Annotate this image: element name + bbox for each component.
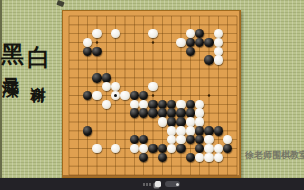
black-stone <box>139 108 148 117</box>
black-stone <box>204 38 213 47</box>
white-stone <box>148 29 157 38</box>
black-stone <box>195 135 204 144</box>
white-stone <box>148 82 157 91</box>
black-stone <box>158 144 167 153</box>
white-stone <box>167 135 176 144</box>
white-stone <box>92 29 101 38</box>
black-stone <box>139 153 148 162</box>
white-stone <box>120 91 129 100</box>
black-stone <box>130 91 139 100</box>
black-stone <box>186 38 195 47</box>
white-stone <box>214 144 223 153</box>
white-stone <box>214 153 223 162</box>
black-stone <box>204 55 213 64</box>
white-stone <box>130 144 139 153</box>
white-stone <box>139 144 148 153</box>
white-stone <box>158 117 167 126</box>
white-stone <box>204 135 213 144</box>
black-stone <box>139 91 148 100</box>
playbar-text-icon[interactable] <box>143 183 151 186</box>
white-stone <box>214 38 223 47</box>
black-stone <box>186 135 195 144</box>
white-stone <box>102 100 111 109</box>
watermark-text: 徐老师围棋教室 <box>245 149 304 162</box>
white-stone <box>186 29 195 38</box>
toggle-pill-control[interactable] <box>165 181 180 187</box>
black-stone <box>223 144 232 153</box>
white-stone <box>92 91 101 100</box>
black-stone <box>92 47 101 56</box>
bottom-control-bar <box>0 178 304 190</box>
go-board[interactable] <box>62 10 241 178</box>
white-stone <box>204 153 213 162</box>
black-stone <box>186 47 195 56</box>
black-stone <box>130 135 139 144</box>
black-stone <box>186 153 195 162</box>
last-move-marker <box>114 94 117 97</box>
black-stone <box>83 126 92 135</box>
white-stone <box>111 29 120 38</box>
white-stone <box>214 29 223 38</box>
white-stone <box>195 153 204 162</box>
black-stone <box>148 108 157 117</box>
black-stone <box>214 126 223 135</box>
black-stone <box>176 144 185 153</box>
black-stone <box>92 73 101 82</box>
left-edge-strip <box>0 0 2 178</box>
white-stone <box>223 135 232 144</box>
white-stone <box>204 144 213 153</box>
black-stone <box>195 29 204 38</box>
white-stone <box>83 38 92 47</box>
black-stone <box>139 135 148 144</box>
white-stone <box>176 135 185 144</box>
toggle-dot-icon <box>176 183 179 186</box>
screenshot-icon[interactable] <box>155 181 161 187</box>
black-stone <box>195 144 204 153</box>
white-player-name: 谢科 <box>30 75 45 77</box>
screen-speck <box>56 0 64 7</box>
white-stone <box>102 82 111 91</box>
white-stone <box>111 91 120 100</box>
white-stone <box>176 38 185 47</box>
black-player-name: 元晟溱 <box>2 64 19 67</box>
white-stone <box>214 55 223 64</box>
black-stone <box>148 144 157 153</box>
white-stone <box>167 144 176 153</box>
black-stone <box>83 91 92 100</box>
black-stone <box>83 47 92 56</box>
black-stone <box>158 153 167 162</box>
white-player-label: 白 <box>27 27 50 28</box>
black-player-label: 黑 <box>1 25 24 26</box>
white-stone <box>111 144 120 153</box>
white-stone <box>92 144 101 153</box>
stones-layer <box>63 11 240 177</box>
black-stone <box>130 108 139 117</box>
white-stone <box>111 82 120 91</box>
tatami-background: 黑 白 元晟溱 谢科 徐老师围棋教室 <box>0 0 304 190</box>
black-stone <box>195 38 204 47</box>
